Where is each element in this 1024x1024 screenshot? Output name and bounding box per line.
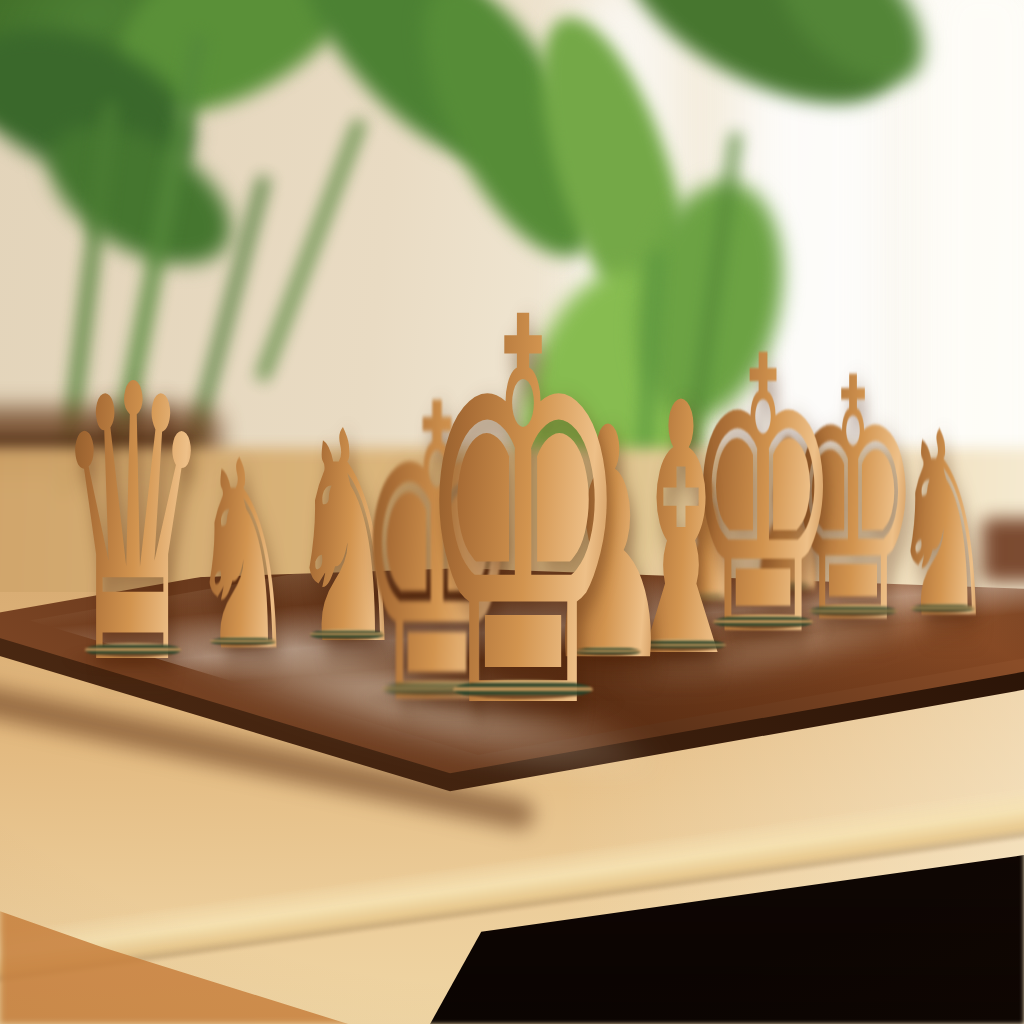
pieces-layer: ♛♞♞♚♚♟♝♚♚♞♟♟ bbox=[0, 0, 1024, 1024]
chess-piece-queen: ♛ bbox=[56, 337, 210, 718]
chess-piece-king: ♚ bbox=[416, 252, 630, 784]
piece-felt-ring bbox=[210, 637, 276, 646]
chess-photo-scene: ♛♞♞♚♚♟♝♚♚♞♟♟ bbox=[0, 0, 1024, 1024]
piece-felt-ring bbox=[911, 604, 975, 613]
piece-felt-ring bbox=[85, 643, 181, 656]
